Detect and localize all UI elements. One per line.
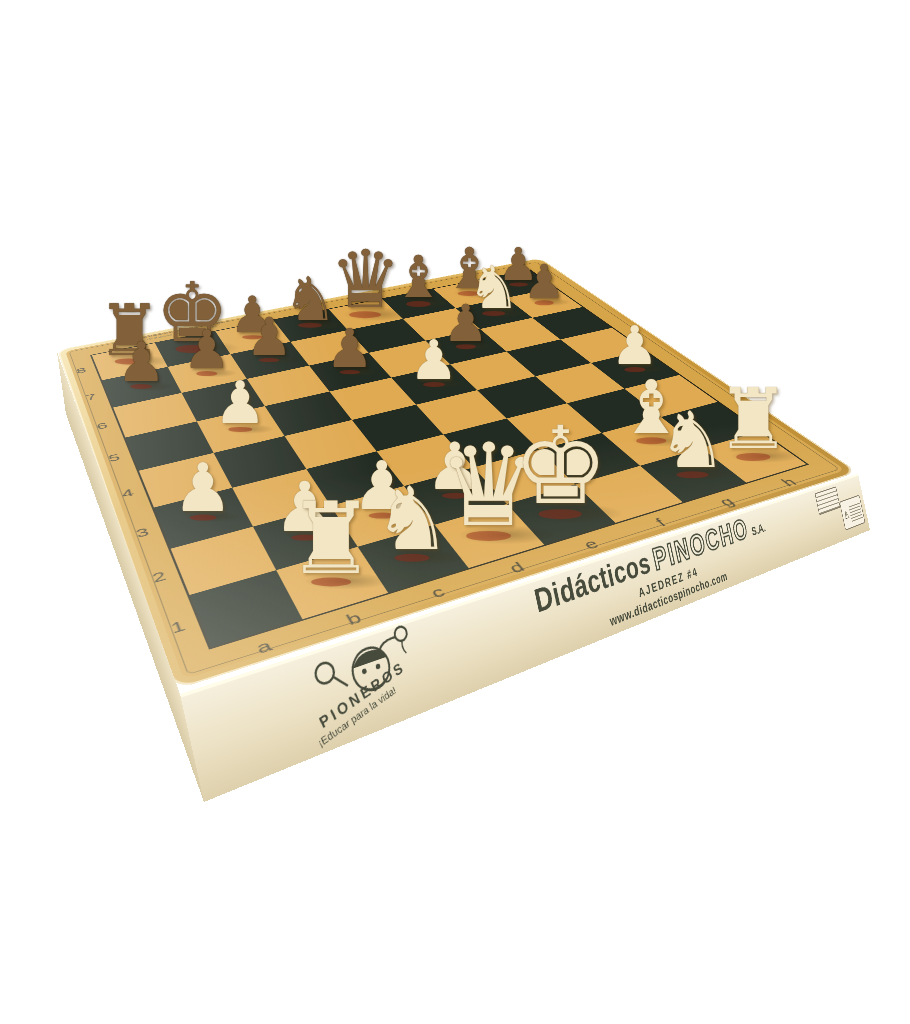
- white-pawn-glyph: ♟: [173, 455, 233, 522]
- pieces-layer: ♜♚♟♞♛♝♝♟♟♟♟♞♟♟♟♟♟♟♟♟♟♟♝♜♞♛♚♞♜: [0, 0, 910, 1024]
- white-king-glyph: ♚: [512, 414, 608, 521]
- dark-pawn-glyph: ♟: [523, 259, 565, 306]
- dark-pawn-glyph: ♟: [246, 311, 293, 363]
- white-pawn-glyph: ♟: [214, 374, 267, 433]
- dark-queen-glyph: ♛: [330, 240, 401, 320]
- product-photo-stage: Didácticos Pinocho S.A. ¡Educar para la …: [0, 0, 910, 1024]
- dark-pawn-glyph: ♟: [326, 322, 374, 375]
- dark-pawn-glyph: ♟: [117, 336, 166, 391]
- white-pawn-glyph: ♟: [409, 333, 458, 388]
- white-rook-glyph: ♜: [287, 489, 376, 588]
- white-rook-glyph: ♜: [716, 378, 791, 462]
- dark-bishop-glyph: ♝: [393, 250, 445, 308]
